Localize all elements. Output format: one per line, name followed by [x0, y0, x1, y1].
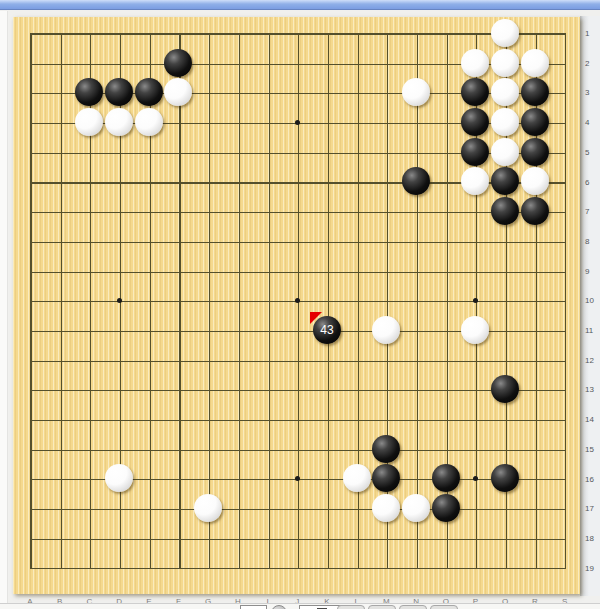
row-label-7: 7: [585, 207, 589, 216]
white-stone-Q4: [491, 108, 519, 136]
toolbar-button-1[interactable]: [337, 605, 365, 609]
black-stone-C3: [75, 78, 103, 106]
row-label-5: 5: [585, 148, 589, 157]
row-label-2: 2: [585, 59, 589, 68]
star-point: [473, 298, 478, 303]
left-gutter: [0, 11, 8, 609]
top-scrollbar[interactable]: [0, 0, 600, 10]
black-stone-O17: [432, 494, 460, 522]
white-stone-L16: [343, 464, 371, 492]
black-stone-M16: [372, 464, 400, 492]
row-label-13: 13: [585, 385, 594, 394]
star-point: [295, 298, 300, 303]
black-stone-R7: [521, 197, 549, 225]
black-stone-P3: [461, 78, 489, 106]
row-label-3: 3: [585, 88, 589, 97]
black-stone-N6: [402, 167, 430, 195]
white-stone-E4: [135, 108, 163, 136]
black-stone-R4: [521, 108, 549, 136]
white-stone-Q5: [491, 138, 519, 166]
row-label-11: 11: [585, 326, 593, 335]
black-stone-P5: [461, 138, 489, 166]
white-stone-M11: [372, 316, 400, 344]
black-stone-R3: [521, 78, 549, 106]
black-stone-O16: [432, 464, 460, 492]
row-label-18: 18: [585, 534, 594, 543]
white-stone-P11: [461, 316, 489, 344]
black-stone-Q13: [491, 375, 519, 403]
black-stone-D3: [105, 78, 133, 106]
black-stone-F2: [164, 49, 192, 77]
row-label-4: 4: [585, 118, 589, 127]
black-stone-E3: [135, 78, 163, 106]
white-stone-Q2: [491, 49, 519, 77]
row-label-8: 8: [585, 237, 589, 246]
black-stone-P4: [461, 108, 489, 136]
row-label-16: 16: [585, 475, 594, 484]
round-nav-button[interactable]: [271, 605, 287, 609]
white-stone-D16: [105, 464, 133, 492]
white-stone-N17: [402, 494, 430, 522]
row-label-14: 14: [585, 415, 594, 424]
white-stone-N3: [402, 78, 430, 106]
row-label-9: 9: [585, 267, 589, 276]
toolbar-button-4[interactable]: [430, 605, 458, 609]
white-stone-G17: [194, 494, 222, 522]
white-stone-Q1: [491, 19, 519, 47]
white-stone-R2: [521, 49, 549, 77]
white-stone-R6: [521, 167, 549, 195]
white-stone-M17: [372, 494, 400, 522]
row-label-1: 1: [585, 29, 589, 38]
last-move-triangle-marker: [310, 312, 322, 324]
black-stone-Q16: [491, 464, 519, 492]
white-stone-Q3: [491, 78, 519, 106]
star-point: [473, 476, 478, 481]
row-label-17: 17: [585, 504, 594, 513]
star-point: [295, 120, 300, 125]
bottom-toolbar: [0, 604, 600, 609]
row-label-12: 12: [585, 356, 594, 365]
star-point: [295, 476, 300, 481]
black-stone-Q7: [491, 197, 519, 225]
black-stone-R5: [521, 138, 549, 166]
white-stone-D4: [105, 108, 133, 136]
black-stone-Q6: [491, 167, 519, 195]
black-stone-M15: [372, 435, 400, 463]
row-label-6: 6: [585, 178, 589, 187]
stones-layer[interactable]: 43: [15, 18, 579, 582]
row-label-19: 19: [585, 564, 594, 573]
toolbar-button-3[interactable]: [399, 605, 427, 609]
white-stone-F3: [164, 78, 192, 106]
row-label-10: 10: [585, 296, 594, 305]
white-stone-C4: [75, 108, 103, 136]
white-stone-P2: [461, 49, 489, 77]
go-board[interactable]: 43: [13, 17, 580, 594]
move-number-input[interactable]: [240, 605, 267, 609]
black-stone-K11: 43: [313, 316, 341, 344]
row-label-15: 15: [585, 445, 594, 454]
toolbar-button-2[interactable]: [368, 605, 396, 609]
star-point: [117, 298, 122, 303]
white-stone-P6: [461, 167, 489, 195]
